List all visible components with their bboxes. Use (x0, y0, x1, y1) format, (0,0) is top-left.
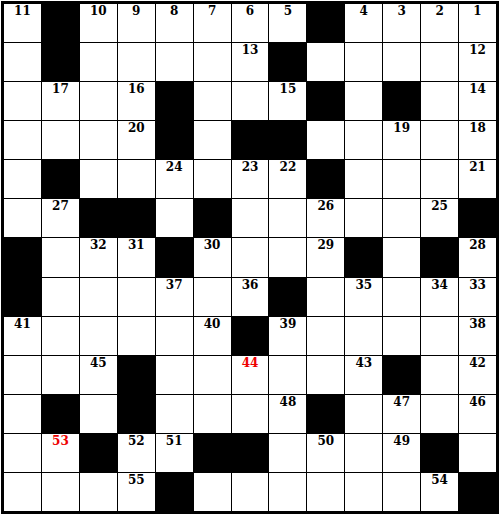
cell-r8c5[interactable]: 37 (156, 278, 193, 316)
cell-r10c5[interactable] (156, 356, 193, 394)
cell-r5c12[interactable] (421, 160, 458, 198)
clue-number-6: 6 (232, 5, 269, 18)
clue-number-37: 37 (156, 279, 193, 292)
cell-r11c10[interactable] (345, 395, 382, 433)
cell-r2c1[interactable] (4, 43, 41, 81)
cell-r12c9[interactable]: 50 (307, 434, 344, 472)
cell-r9c13[interactable]: 38 (459, 317, 496, 355)
cell-r7c3[interactable]: 32 (80, 238, 117, 276)
cell-r9c6[interactable]: 40 (194, 317, 231, 355)
block-r11c4 (118, 395, 155, 433)
cell-r2c10[interactable] (345, 43, 382, 81)
cell-r5c4[interactable] (118, 160, 155, 198)
cell-r11c7[interactable] (232, 395, 269, 433)
block-r6c3 (80, 199, 117, 237)
clue-number-40: 40 (194, 318, 231, 331)
block-r11c2 (42, 395, 79, 433)
crossword-board: 1110987654321131217161514201918242322212… (1, 1, 499, 514)
cell-r3c12[interactable] (421, 82, 458, 120)
cell-r12c2[interactable]: 53 (42, 434, 79, 472)
clue-number-42: 42 (459, 357, 496, 370)
clue-number-45: 45 (80, 357, 117, 370)
clue-number-48: 48 (269, 396, 306, 409)
block-r3c11 (383, 82, 420, 120)
cell-r8c3[interactable] (80, 278, 117, 316)
cell-r1c11[interactable]: 3 (383, 4, 420, 42)
cell-r3c1[interactable] (4, 82, 41, 120)
cell-r3c2[interactable]: 17 (42, 82, 79, 120)
cell-r7c8[interactable] (269, 238, 306, 276)
clue-number-16: 16 (118, 83, 155, 96)
cell-r13c8[interactable] (269, 473, 306, 511)
clue-number-32: 32 (80, 239, 117, 252)
cell-r13c11[interactable] (383, 473, 420, 511)
block-r13c5 (156, 473, 193, 511)
cell-r5c3[interactable] (80, 160, 117, 198)
cell-r5c13[interactable]: 21 (459, 160, 496, 198)
cell-r11c13[interactable]: 46 (459, 395, 496, 433)
block-r6c6 (194, 199, 231, 237)
block-r10c11 (383, 356, 420, 394)
cell-r7c11[interactable] (383, 238, 420, 276)
clue-number-13: 13 (232, 44, 269, 57)
clue-number-54: 54 (421, 474, 458, 487)
cell-r11c11[interactable]: 47 (383, 395, 420, 433)
cell-r13c10[interactable] (345, 473, 382, 511)
cell-r11c12[interactable] (421, 395, 458, 433)
cell-r10c10[interactable]: 43 (345, 356, 382, 394)
cell-r4c6[interactable] (194, 121, 231, 159)
cell-r10c12[interactable] (421, 356, 458, 394)
cell-r9c9[interactable] (307, 317, 344, 355)
block-r4c7 (232, 121, 269, 159)
cell-r3c10[interactable] (345, 82, 382, 120)
cell-r8c4[interactable] (118, 278, 155, 316)
cell-r6c9[interactable]: 26 (307, 199, 344, 237)
cell-r1c12[interactable]: 2 (421, 4, 458, 42)
cell-r7c2[interactable] (42, 238, 79, 276)
clue-number-26: 26 (307, 200, 344, 213)
cell-r10c2[interactable] (42, 356, 79, 394)
cell-r11c3[interactable] (80, 395, 117, 433)
cell-r12c13[interactable] (459, 434, 496, 472)
clue-number-25: 25 (421, 200, 458, 213)
cell-r10c8[interactable] (269, 356, 306, 394)
clue-number-9: 9 (118, 5, 155, 18)
block-r8c8 (269, 278, 306, 316)
cell-r12c10[interactable] (345, 434, 382, 472)
cell-r6c10[interactable] (345, 199, 382, 237)
cell-r8c10[interactable]: 35 (345, 278, 382, 316)
cell-r9c10[interactable] (345, 317, 382, 355)
clue-number-27: 27 (42, 200, 79, 213)
cell-r4c1[interactable] (4, 121, 41, 159)
cell-r9c8[interactable]: 39 (269, 317, 306, 355)
cell-r5c11[interactable] (383, 160, 420, 198)
cell-r4c9[interactable] (307, 121, 344, 159)
clue-number-18: 18 (459, 122, 496, 135)
cell-r4c13[interactable]: 18 (459, 121, 496, 159)
clue-number-35: 35 (345, 279, 382, 292)
cell-r2c11[interactable] (383, 43, 420, 81)
cell-r10c3[interactable]: 45 (80, 356, 117, 394)
cell-r10c7[interactable]: 44 (232, 356, 269, 394)
block-r5c9 (307, 160, 344, 198)
cell-r6c2[interactable]: 27 (42, 199, 79, 237)
block-r9c7 (232, 317, 269, 355)
clue-number-36: 36 (232, 279, 269, 292)
clue-number-49: 49 (383, 435, 420, 448)
cell-r3c6[interactable] (194, 82, 231, 120)
clue-number-5: 5 (269, 5, 306, 18)
cell-r12c1[interactable] (4, 434, 41, 472)
cell-r2c9[interactable] (307, 43, 344, 81)
cell-r6c11[interactable] (383, 199, 420, 237)
cell-r2c13[interactable]: 12 (459, 43, 496, 81)
cell-r5c10[interactable] (345, 160, 382, 198)
block-r4c8 (269, 121, 306, 159)
clue-number-53: 53 (42, 435, 79, 448)
clue-number-21: 21 (459, 161, 496, 174)
cell-r3c7[interactable] (232, 82, 269, 120)
cell-r4c12[interactable] (421, 121, 458, 159)
clue-number-11: 11 (4, 5, 41, 18)
cell-r1c3[interactable]: 10 (80, 4, 117, 42)
clue-number-51: 51 (156, 435, 193, 448)
cell-r5c1[interactable] (4, 160, 41, 198)
cell-r7c13[interactable]: 28 (459, 238, 496, 276)
cell-r2c3[interactable] (80, 43, 117, 81)
cell-r5c5[interactable]: 24 (156, 160, 193, 198)
clue-number-8: 8 (156, 5, 193, 18)
cell-r6c1[interactable] (4, 199, 41, 237)
clue-number-30: 30 (194, 239, 231, 252)
cell-r5c8[interactable]: 22 (269, 160, 306, 198)
cell-r8c11[interactable] (383, 278, 420, 316)
cell-r3c3[interactable] (80, 82, 117, 120)
cell-r9c12[interactable] (421, 317, 458, 355)
cell-r8c2[interactable] (42, 278, 79, 316)
cell-r3c4[interactable]: 16 (118, 82, 155, 120)
block-r10c4 (118, 356, 155, 394)
cell-r10c9[interactable] (307, 356, 344, 394)
block-r11c9 (307, 395, 344, 433)
cell-r13c7[interactable] (232, 473, 269, 511)
cell-r5c6[interactable] (194, 160, 231, 198)
cell-r1c5[interactable]: 8 (156, 4, 193, 42)
clue-number-47: 47 (383, 396, 420, 409)
block-r12c3 (80, 434, 117, 472)
cell-r9c4[interactable] (118, 317, 155, 355)
cell-r9c1[interactable]: 41 (4, 317, 41, 355)
cell-r1c6[interactable]: 7 (194, 4, 231, 42)
cell-r4c10[interactable] (345, 121, 382, 159)
cell-r6c8[interactable] (269, 199, 306, 237)
cell-r2c5[interactable] (156, 43, 193, 81)
cell-r7c7[interactable] (232, 238, 269, 276)
cell-r7c6[interactable]: 30 (194, 238, 231, 276)
cell-r1c7[interactable]: 6 (232, 4, 269, 42)
cell-r13c9[interactable] (307, 473, 344, 511)
clue-number-38: 38 (459, 318, 496, 331)
cell-r3c8[interactable]: 15 (269, 82, 306, 120)
cell-r2c4[interactable] (118, 43, 155, 81)
block-r4c5 (156, 121, 193, 159)
cell-r9c2[interactable] (42, 317, 79, 355)
cell-r1c13[interactable]: 1 (459, 4, 496, 42)
cell-r1c10[interactable]: 4 (345, 4, 382, 42)
cell-r13c3[interactable] (80, 473, 117, 511)
clue-number-20: 20 (118, 122, 155, 135)
block-r3c9 (307, 82, 344, 120)
clue-number-44: 44 (232, 357, 269, 370)
cell-r13c2[interactable] (42, 473, 79, 511)
cell-r11c1[interactable] (4, 395, 41, 433)
clue-number-55: 55 (118, 474, 155, 487)
block-r1c2 (42, 4, 79, 42)
clue-number-28: 28 (459, 239, 496, 252)
block-r12c12 (421, 434, 458, 472)
cell-r8c13[interactable]: 33 (459, 278, 496, 316)
cell-r4c3[interactable] (80, 121, 117, 159)
cell-r2c7[interactable]: 13 (232, 43, 269, 81)
cell-r12c11[interactable]: 49 (383, 434, 420, 472)
clue-number-7: 7 (194, 5, 231, 18)
cell-r5c7[interactable]: 23 (232, 160, 269, 198)
block-r2c8 (269, 43, 306, 81)
block-r3c5 (156, 82, 193, 120)
clue-number-33: 33 (459, 279, 496, 292)
block-r7c1 (4, 238, 41, 276)
block-r7c10 (345, 238, 382, 276)
cell-r8c7[interactable]: 36 (232, 278, 269, 316)
block-r1c9 (307, 4, 344, 42)
cell-r11c5[interactable] (156, 395, 193, 433)
cell-r1c1[interactable]: 11 (4, 4, 41, 42)
clue-number-22: 22 (269, 161, 306, 174)
cell-r12c8[interactable] (269, 434, 306, 472)
clue-number-12: 12 (459, 44, 496, 57)
block-r6c4 (118, 199, 155, 237)
clue-number-24: 24 (156, 161, 193, 174)
crossword-page: 1110987654321131217161514201918242322212… (0, 0, 500, 515)
clue-number-14: 14 (459, 83, 496, 96)
clue-number-23: 23 (232, 161, 269, 174)
cell-r12c5[interactable]: 51 (156, 434, 193, 472)
clue-number-39: 39 (269, 318, 306, 331)
cell-r10c6[interactable] (194, 356, 231, 394)
block-r2c2 (42, 43, 79, 81)
cell-r4c4[interactable]: 20 (118, 121, 155, 159)
clue-number-31: 31 (118, 239, 155, 252)
cell-r6c7[interactable] (232, 199, 269, 237)
block-r12c7 (232, 434, 269, 472)
cell-r13c1[interactable] (4, 473, 41, 511)
clue-number-43: 43 (345, 357, 382, 370)
cell-r8c6[interactable] (194, 278, 231, 316)
clue-number-41: 41 (4, 318, 41, 331)
block-r12c6 (194, 434, 231, 472)
clue-number-52: 52 (118, 435, 155, 448)
cell-r6c5[interactable] (156, 199, 193, 237)
cell-r1c8[interactable]: 5 (269, 4, 306, 42)
cell-r4c2[interactable] (42, 121, 79, 159)
block-r5c2 (42, 160, 79, 198)
clue-number-46: 46 (459, 396, 496, 409)
cell-r13c4[interactable]: 55 (118, 473, 155, 511)
cell-r2c12[interactable] (421, 43, 458, 81)
block-r6c13 (459, 199, 496, 237)
cell-r7c9[interactable]: 29 (307, 238, 344, 276)
cell-r8c12[interactable]: 34 (421, 278, 458, 316)
cell-r13c12[interactable]: 54 (421, 473, 458, 511)
cell-r10c13[interactable]: 42 (459, 356, 496, 394)
cell-r9c11[interactable] (383, 317, 420, 355)
clue-number-17: 17 (42, 83, 79, 96)
block-r7c5 (156, 238, 193, 276)
cell-r8c9[interactable] (307, 278, 344, 316)
clue-number-1: 1 (459, 5, 496, 18)
clue-number-10: 10 (80, 5, 117, 18)
cell-r9c5[interactable] (156, 317, 193, 355)
clue-number-29: 29 (307, 239, 344, 252)
cell-r6c12[interactable]: 25 (421, 199, 458, 237)
clue-number-34: 34 (421, 279, 458, 292)
block-r13c13 (459, 473, 496, 511)
clue-number-19: 19 (383, 122, 420, 135)
cell-r3c13[interactable]: 14 (459, 82, 496, 120)
clue-number-50: 50 (307, 435, 344, 448)
cell-r13c6[interactable] (194, 473, 231, 511)
cell-r11c6[interactable] (194, 395, 231, 433)
cell-r12c4[interactable]: 52 (118, 434, 155, 472)
clue-number-4: 4 (345, 5, 382, 18)
cell-r4c11[interactable]: 19 (383, 121, 420, 159)
cell-r7c4[interactable]: 31 (118, 238, 155, 276)
cell-r9c3[interactable] (80, 317, 117, 355)
clue-number-3: 3 (383, 5, 420, 18)
clue-number-15: 15 (269, 83, 306, 96)
cell-r10c1[interactable] (4, 356, 41, 394)
clue-number-2: 2 (421, 5, 458, 18)
cell-r11c8[interactable]: 48 (269, 395, 306, 433)
block-r8c1 (4, 278, 41, 316)
block-r7c12 (421, 238, 458, 276)
cell-r1c4[interactable]: 9 (118, 4, 155, 42)
cell-r2c6[interactable] (194, 43, 231, 81)
